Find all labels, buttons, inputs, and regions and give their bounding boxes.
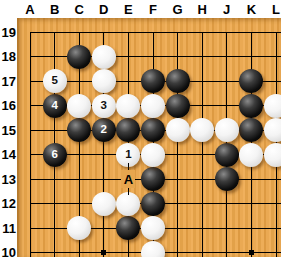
black-stone-b16[interactable]: 4 (43, 94, 67, 118)
white-stone-b17[interactable]: 5 (43, 69, 67, 93)
black-stone-f17[interactable] (141, 69, 165, 93)
move-number-label: 2 (101, 124, 107, 136)
column-label-c: C (67, 0, 92, 18)
black-stone-g17[interactable] (166, 69, 190, 93)
white-stone-l15[interactable] (264, 118, 281, 142)
white-stone-f16[interactable] (141, 94, 165, 118)
white-stone-f14[interactable] (141, 143, 165, 167)
black-stone-j13[interactable] (215, 167, 239, 191)
move-number-label: 5 (51, 75, 57, 87)
row-label-12: 12 (0, 191, 17, 216)
black-stone-j14[interactable] (215, 143, 239, 167)
row-label-14: 14 (0, 142, 17, 167)
column-label-a: A (18, 0, 43, 18)
white-stone-e12[interactable] (116, 192, 140, 216)
black-stone-f12[interactable] (141, 192, 165, 216)
board-intersections: 426531A (18, 20, 281, 257)
white-stone-g15[interactable] (166, 118, 190, 142)
black-stone-k15[interactable] (239, 118, 263, 142)
row-label-19: 19 (0, 20, 17, 45)
white-stone-f10[interactable] (141, 241, 165, 257)
row-label-18: 18 (0, 44, 17, 69)
column-label-f: F (141, 0, 166, 18)
black-stone-e11[interactable] (116, 216, 140, 240)
white-stone-h15[interactable] (190, 118, 214, 142)
black-stone-b14[interactable]: 6 (43, 143, 67, 167)
white-stone-e16[interactable] (116, 94, 140, 118)
white-stone-d16[interactable]: 3 (92, 94, 116, 118)
column-label-e: E (116, 0, 141, 18)
star-point-dot (249, 250, 254, 255)
black-stone-e15[interactable] (116, 118, 140, 142)
white-stone-c11[interactable] (67, 216, 91, 240)
white-stone-d18[interactable] (92, 45, 116, 69)
star-point-k10 (239, 240, 264, 257)
row-label-16: 16 (0, 93, 17, 118)
black-stone-k16[interactable] (239, 94, 263, 118)
black-stone-c15[interactable] (67, 118, 91, 142)
white-stone-j15[interactable] (215, 118, 239, 142)
column-label-b: B (42, 0, 67, 18)
black-stone-k17[interactable] (239, 69, 263, 93)
white-stone-f11[interactable] (141, 216, 165, 240)
row-label-10: 10 (0, 240, 17, 257)
black-stone-c18[interactable] (67, 45, 91, 69)
row-label-13: 13 (0, 167, 17, 192)
column-label-j: J (214, 0, 239, 18)
star-point-dot (101, 250, 106, 255)
column-label-d: D (91, 0, 116, 18)
column-label-l: L (264, 0, 281, 18)
row-labels: 19181716151413121110 (0, 20, 17, 257)
star-point-d10 (91, 240, 116, 257)
white-stone-l14[interactable] (264, 143, 281, 167)
column-label-h: H (190, 0, 215, 18)
go-diagram: ABCDEFGHJKL 19181716151413121110 426531A (0, 0, 281, 257)
column-label-g: G (165, 0, 190, 18)
column-label-k: K (239, 0, 264, 18)
move-number-label: 6 (51, 149, 57, 161)
white-stone-d17[interactable] (92, 69, 116, 93)
row-label-11: 11 (0, 216, 17, 241)
black-stone-g16[interactable] (166, 94, 190, 118)
white-stone-l16[interactable] (264, 94, 281, 118)
move-number-label: 4 (51, 100, 57, 112)
row-label-17: 17 (0, 69, 17, 94)
white-stone-d12[interactable] (92, 192, 116, 216)
row-label-15: 15 (0, 118, 17, 143)
column-labels: ABCDEFGHJKL (18, 0, 281, 18)
white-stone-k14[interactable] (239, 143, 263, 167)
black-stone-d15[interactable]: 2 (92, 118, 116, 142)
white-stone-c16[interactable] (67, 94, 91, 118)
black-stone-f15[interactable] (141, 118, 165, 142)
move-number-label: 1 (125, 149, 131, 161)
move-number-label: 3 (101, 100, 107, 112)
black-stone-f13[interactable] (141, 167, 165, 191)
point-marker-a-e13[interactable]: A (121, 170, 135, 188)
